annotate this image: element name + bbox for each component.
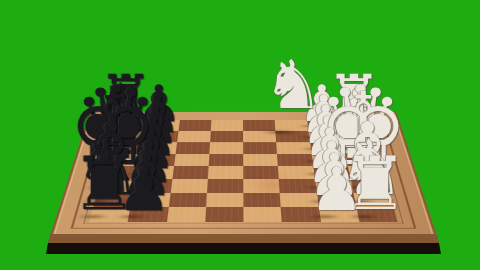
board-square — [205, 207, 244, 222]
piece-shadow — [121, 159, 162, 164]
board-square — [175, 142, 210, 154]
board-square — [208, 154, 243, 166]
chess-board — [50, 111, 437, 236]
board-square — [210, 131, 243, 142]
board-square — [243, 154, 278, 166]
board-square — [243, 207, 282, 222]
piece-shadow — [329, 147, 369, 152]
board-square — [177, 131, 211, 142]
piece-shadow — [331, 159, 372, 164]
piece-shadow — [336, 185, 380, 191]
piece-shadow — [294, 135, 333, 140]
board-square — [178, 120, 211, 131]
green-screen-background: ♟♜♜♟♟♞♟♟♝♝♟♟♛♛♟♟♚♚♟♟♝♝♟♟♞♞♟♟♜♜♟♞ — [0, 0, 480, 270]
piece-shadow — [341, 213, 387, 219]
board-square — [168, 193, 206, 207]
board-square — [243, 142, 277, 154]
piece-shadow — [108, 213, 154, 219]
board-square — [341, 131, 377, 142]
board-square — [170, 179, 207, 193]
board-square — [174, 154, 210, 166]
floating-knight-shadow — [255, 129, 305, 135]
board-square — [166, 207, 205, 222]
board-square — [211, 120, 244, 131]
piece-shadow — [338, 199, 383, 205]
board-square — [209, 142, 243, 154]
white-knight-floating: ♞ — [263, 52, 323, 119]
board-square — [172, 166, 208, 179]
